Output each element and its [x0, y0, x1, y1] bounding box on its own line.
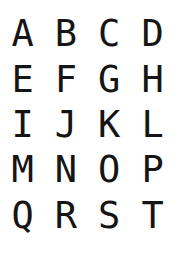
letter-cell: L [131, 102, 174, 147]
letter-cell: J [44, 102, 87, 147]
letter-cell: Q [1, 193, 44, 238]
letter-cell: C [88, 11, 131, 56]
letter-cell: H [131, 56, 174, 101]
letter-board: A B C D E F G H I J K L M N O P Q R S T [0, 0, 180, 255]
letter-cell: I [1, 102, 44, 147]
letter-cell: M [1, 147, 44, 192]
letter-cell: F [44, 56, 87, 101]
letter-cell: G [88, 56, 131, 101]
letter-cell: S [88, 193, 131, 238]
letter-cell: T [131, 193, 174, 238]
letter-cell: R [44, 193, 87, 238]
letter-cell: A [1, 11, 44, 56]
letter-cell: P [131, 147, 174, 192]
letter-cell: N [44, 147, 87, 192]
letter-cell: D [131, 11, 174, 56]
letter-cell: E [1, 56, 44, 101]
letter-cell: K [88, 102, 131, 147]
letter-cell: O [88, 147, 131, 192]
letter-cell: B [44, 11, 87, 56]
